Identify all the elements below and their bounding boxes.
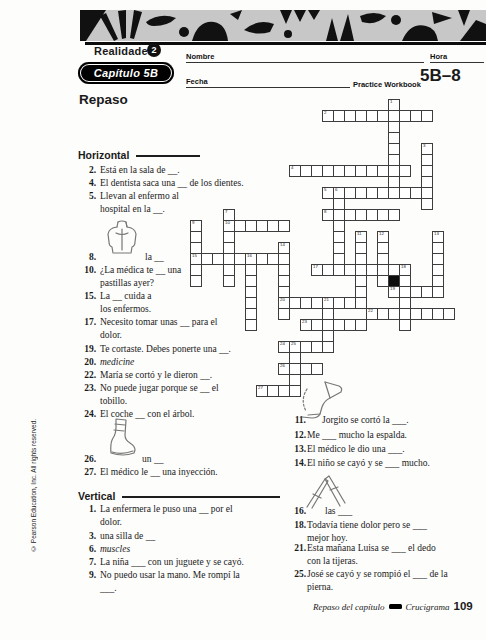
clue-v-9-text: No puedo usar la mano. Me rompí la ___. [100, 569, 245, 594]
grid-cell-number: 1 [390, 100, 392, 104]
grid-cell[interactable] [278, 220, 290, 232]
clue-h-4-text: El dentista saca una __ de los dientes. [100, 177, 332, 190]
hour-label: Hora [430, 52, 447, 61]
copyright-notice: © Pearson Education, Inc. All rights res… [30, 392, 37, 552]
clue-h-24-number: 24. [76, 408, 96, 421]
clue-h-8-number: 8. [76, 251, 96, 264]
grid-cell-number: 2 [324, 111, 326, 115]
workbook-page: Realidades 2 Capítulo 5B Nombre Hora Fec… [0, 0, 486, 640]
clue-v-1-text: La enfermera le puso una __ por el dolor… [100, 503, 252, 528]
chapter-badge: Capítulo 5B [78, 62, 174, 84]
grid-cell-number: 8 [324, 210, 326, 214]
grid-cell-number: 23 [302, 320, 307, 324]
grid-cell[interactable] [432, 286, 444, 298]
clue-h-17-text: Necesito tomar unas __ para el dolor. [100, 316, 224, 341]
workbook-code: 5B–8 [420, 66, 461, 86]
clue-h-17-number: 17. [76, 316, 96, 329]
date-label: Fecha [186, 77, 208, 86]
clue-v-25-number: 25. [286, 568, 306, 581]
grid-cell[interactable] [190, 275, 202, 287]
clue-h-19-text: Te cortaste. Debes ponerte una __. [100, 343, 330, 356]
grid-cell[interactable] [278, 308, 290, 320]
footer-divider-icon [389, 604, 402, 609]
grid-cell-number: 27 [258, 386, 263, 390]
brand-logo: Realidades [94, 45, 154, 57]
grid-cell-number: 21 [324, 298, 329, 302]
knee-image [299, 380, 345, 420]
clue-v-25-text: José se cayó y se rompió el ___ de la pi… [307, 568, 454, 593]
clue-v-3-number: 3. [76, 530, 96, 543]
clue-h-8-text: la __ [145, 251, 225, 264]
grid-cell[interactable] [421, 110, 433, 122]
clue-v-7-text: La niña ___ con un juguete y se cayó. [100, 556, 330, 569]
clue-h-22-number: 22. [76, 369, 96, 382]
clue-v-14-text: El niño se cayó y se ___ mucho. [307, 457, 472, 470]
clue-h-5-text: Llevan al enfermo al hospital en la __. [100, 190, 192, 215]
grid-cell[interactable] [245, 319, 257, 331]
clue-h-10-number: 10. [76, 264, 96, 277]
clue-v-18-text: Todavía tiene dolor pero se ___ mejor ho… [307, 519, 445, 544]
back-image [102, 219, 142, 254]
page-title: Repaso [79, 92, 128, 107]
clue-h-27-number: 27. [76, 466, 96, 479]
clue-v-18-number: 18. [286, 519, 306, 532]
clue-h-2-number: 2. [76, 164, 96, 177]
clue-h-5-number: 5. [76, 190, 96, 203]
footer-left: Repaso del capítulo [313, 602, 385, 612]
section-vertical: Vertical [78, 490, 280, 502]
footer-right: Crucigrama [406, 602, 450, 612]
clue-h-4-number: 4. [76, 177, 96, 190]
decorative-band [80, 10, 486, 41]
grid-cell-number: 7 [225, 210, 227, 214]
clue-v-6-number: 6. [76, 543, 96, 556]
grid-cell-number: 11 [357, 232, 362, 236]
grid-cell-number: 18 [401, 265, 406, 269]
name-input-line[interactable] [186, 62, 424, 63]
grid-cell-number: 3 [423, 144, 425, 148]
clue-v-3-text: una silla de __ [100, 530, 330, 543]
clue-h-19-number: 19. [76, 343, 96, 356]
grid-cell-number: 9 [192, 221, 194, 225]
clue-v-1-number: 1. [76, 503, 96, 516]
footer: Repaso del capítuloCrucigrama109 [313, 600, 473, 612]
grid-cell[interactable] [443, 308, 455, 320]
hour-input-line[interactable] [430, 62, 484, 63]
clue-v-12-text: Me ___ mucho la espalda. [307, 429, 472, 442]
clue-h-15-text: La __ cuida a los enfermos. [100, 290, 162, 315]
section-vertical-label: Vertical [78, 490, 115, 502]
clue-v-14-number: 14. [286, 457, 306, 470]
grid-cell-number: 12 [379, 232, 384, 236]
footer-page-number: 109 [454, 600, 473, 612]
grid-cell-number: 22 [368, 309, 373, 313]
grid-cell-number: 14 [280, 243, 285, 247]
section-horizontal: Horizontal [78, 149, 200, 161]
clue-h-26-number: 26. [76, 453, 96, 466]
grid-cell-number: 17 [313, 265, 318, 269]
name-label: Nombre [186, 52, 214, 61]
grid-cell[interactable] [421, 198, 433, 210]
grid-cell[interactable] [355, 319, 367, 331]
clue-h-26-text: un __ [142, 453, 222, 466]
grid-cell[interactable] [223, 275, 235, 287]
clue-h-15-number: 15. [76, 290, 96, 303]
grid-cell-number: 13 [434, 232, 439, 236]
grid-cell-number: 20 [280, 298, 285, 302]
grid-cell-number: 6 [335, 188, 337, 192]
clue-v-21-text: Esta mañana Luisa se ___ el dedo con la … [307, 542, 450, 567]
clue-h-20-text: medicine [100, 356, 330, 369]
cast-image [103, 417, 139, 457]
clue-h-2-text: Está en la sala de __. [100, 164, 330, 177]
section-vertical-rule [122, 496, 280, 498]
grid-cell-number: 19 [390, 287, 395, 291]
clue-h-23-text: No puede jugar porque se __ el tobillo. [100, 382, 226, 407]
section-horizontal-label: Horizontal [78, 149, 129, 161]
clue-h-22-text: María se cortó y le dieron __. [100, 369, 330, 382]
clue-v-13-text: El médico le dio una ___. [307, 443, 472, 456]
clue-v-9-number: 9. [76, 569, 96, 582]
grid-cell[interactable] [399, 319, 411, 331]
crutches-image [299, 473, 353, 509]
grid-cell[interactable] [388, 209, 400, 221]
date-input-line[interactable] [186, 87, 350, 88]
clue-h-23-number: 23. [76, 382, 96, 395]
clue-h-20-number: 20. [76, 356, 96, 369]
clue-v-12-number: 12. [286, 429, 306, 442]
clue-h-10-text: ¿La médica te __ una pastillas ayer? [100, 264, 184, 289]
workbook-label: Practice Workbook [353, 80, 421, 89]
clue-v-7-number: 7. [76, 556, 96, 569]
grid-cell-number: 16 [247, 254, 252, 258]
clue-v-21-number: 21. [286, 542, 306, 555]
clue-v-13-number: 13. [286, 443, 306, 456]
grid-cell-number: 10 [225, 221, 230, 225]
grid-cell[interactable] [399, 165, 411, 177]
level-badge: 2 [147, 43, 161, 57]
